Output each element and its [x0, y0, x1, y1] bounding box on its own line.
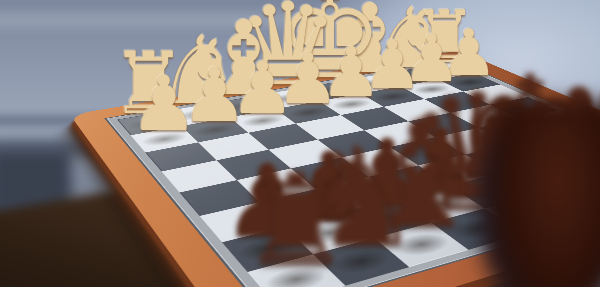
out-of-focus-piece-blur — [488, 102, 600, 287]
photo-scene: ♜♞♝♛♚♝♞♜♟♟♟♟♟♟♟♟♟♟♟♟♟♟♟♟♜♞♝♛♚♝♞♜ — [0, 0, 600, 287]
